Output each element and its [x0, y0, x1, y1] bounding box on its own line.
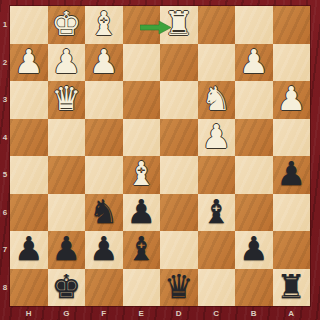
rank-label-3: 3	[0, 81, 10, 119]
square-g6[interactable]	[48, 194, 86, 232]
square-f2[interactable]: ♟	[85, 44, 123, 82]
square-h6[interactable]	[10, 194, 48, 232]
white-pawn[interactable]: ♟	[239, 45, 269, 78]
square-b3[interactable]	[235, 81, 273, 119]
square-d7[interactable]	[160, 231, 198, 269]
square-a6[interactable]	[273, 194, 311, 232]
black-knight[interactable]: ♞	[89, 195, 119, 228]
black-pawn[interactable]: ♟	[276, 157, 306, 190]
black-queen[interactable]: ♛	[164, 270, 194, 303]
square-a1[interactable]	[273, 6, 311, 44]
white-pawn[interactable]: ♟	[14, 45, 44, 78]
square-b4[interactable]	[235, 119, 273, 157]
white-bishop[interactable]: ♝	[126, 157, 156, 190]
square-b1[interactable]	[235, 6, 273, 44]
square-d3[interactable]	[160, 81, 198, 119]
rank-label-5: 5	[0, 156, 10, 194]
black-bishop[interactable]: ♝	[201, 195, 231, 228]
square-h2[interactable]: ♟	[10, 44, 48, 82]
square-h3[interactable]	[10, 81, 48, 119]
square-g7[interactable]: ♟	[48, 231, 86, 269]
file-label-a: a	[273, 306, 311, 320]
square-f8[interactable]	[85, 269, 123, 307]
square-c1[interactable]	[198, 6, 236, 44]
file-label-d: d	[160, 306, 198, 320]
square-g1[interactable]: ♚	[48, 6, 86, 44]
square-a4[interactable]	[273, 119, 311, 157]
square-f4[interactable]	[85, 119, 123, 157]
move-arrow-shape	[140, 21, 171, 34]
chess-board-frame: 12345678 ♚♝♜♟♟♟♟♛♞♟♟♝♟♞♟♝♟♟♟♝♟♚♛♜ hgfedc…	[0, 0, 320, 320]
square-a7[interactable]	[273, 231, 311, 269]
square-g4[interactable]	[48, 119, 86, 157]
square-e8[interactable]	[123, 269, 161, 307]
square-c5[interactable]	[198, 156, 236, 194]
white-pawn[interactable]: ♟	[51, 45, 81, 78]
square-h7[interactable]: ♟	[10, 231, 48, 269]
square-e7[interactable]: ♝	[123, 231, 161, 269]
square-h5[interactable]	[10, 156, 48, 194]
square-d4[interactable]	[160, 119, 198, 157]
square-f3[interactable]	[85, 81, 123, 119]
rank-label-1: 1	[0, 6, 10, 44]
square-a3[interactable]: ♟	[273, 81, 311, 119]
square-h8[interactable]	[10, 269, 48, 307]
white-bishop[interactable]: ♝	[89, 7, 119, 40]
black-king[interactable]: ♚	[51, 270, 81, 303]
file-label-b: b	[235, 306, 273, 320]
rank-labels: 12345678	[0, 6, 10, 306]
rank-label-7: 7	[0, 231, 10, 269]
square-b7[interactable]: ♟	[235, 231, 273, 269]
white-pawn[interactable]: ♟	[89, 45, 119, 78]
square-h1[interactable]	[10, 6, 48, 44]
square-e3[interactable]	[123, 81, 161, 119]
file-label-e: e	[123, 306, 161, 320]
black-pawn[interactable]: ♟	[126, 195, 156, 228]
square-g5[interactable]	[48, 156, 86, 194]
square-a5[interactable]: ♟	[273, 156, 311, 194]
black-pawn[interactable]: ♟	[89, 232, 119, 265]
white-queen[interactable]: ♛	[51, 82, 81, 115]
square-e2[interactable]	[123, 44, 161, 82]
square-d2[interactable]	[160, 44, 198, 82]
board-grid: ♚♝♜♟♟♟♟♛♞♟♟♝♟♞♟♝♟♟♟♝♟♚♛♜	[10, 6, 310, 306]
white-knight[interactable]: ♞	[201, 82, 231, 115]
black-pawn[interactable]: ♟	[14, 232, 44, 265]
move-arrow	[140, 20, 172, 35]
black-bishop[interactable]: ♝	[126, 232, 156, 265]
square-c3[interactable]: ♞	[198, 81, 236, 119]
square-f7[interactable]: ♟	[85, 231, 123, 269]
square-c7[interactable]	[198, 231, 236, 269]
file-label-f: f	[85, 306, 123, 320]
square-a2[interactable]	[273, 44, 311, 82]
square-b5[interactable]	[235, 156, 273, 194]
square-a8[interactable]: ♜	[273, 269, 311, 307]
square-f1[interactable]: ♝	[85, 6, 123, 44]
file-labels: hgfedcba	[10, 306, 310, 320]
square-f5[interactable]	[85, 156, 123, 194]
rank-label-4: 4	[0, 119, 10, 157]
square-e6[interactable]: ♟	[123, 194, 161, 232]
rank-label-2: 2	[0, 44, 10, 82]
white-king[interactable]: ♚	[51, 7, 81, 40]
rank-label-8: 8	[0, 269, 10, 307]
square-b6[interactable]	[235, 194, 273, 232]
square-g3[interactable]: ♛	[48, 81, 86, 119]
square-c6[interactable]: ♝	[198, 194, 236, 232]
square-c8[interactable]	[198, 269, 236, 307]
square-d5[interactable]	[160, 156, 198, 194]
square-f6[interactable]: ♞	[85, 194, 123, 232]
square-h4[interactable]	[10, 119, 48, 157]
rank-label-6: 6	[0, 194, 10, 232]
black-rook[interactable]: ♜	[276, 270, 306, 303]
black-pawn[interactable]: ♟	[239, 232, 269, 265]
square-d6[interactable]	[160, 194, 198, 232]
white-pawn[interactable]: ♟	[201, 120, 231, 153]
file-label-g: g	[48, 306, 86, 320]
square-d8[interactable]: ♛	[160, 269, 198, 307]
square-c2[interactable]	[198, 44, 236, 82]
square-e5[interactable]: ♝	[123, 156, 161, 194]
square-b2[interactable]: ♟	[235, 44, 273, 82]
black-pawn[interactable]: ♟	[51, 232, 81, 265]
file-label-h: h	[10, 306, 48, 320]
square-g2[interactable]: ♟	[48, 44, 86, 82]
square-g8[interactable]: ♚	[48, 269, 86, 307]
square-b8[interactable]	[235, 269, 273, 307]
white-pawn[interactable]: ♟	[276, 82, 306, 115]
file-label-c: c	[198, 306, 236, 320]
square-c4[interactable]: ♟	[198, 119, 236, 157]
square-e4[interactable]	[123, 119, 161, 157]
